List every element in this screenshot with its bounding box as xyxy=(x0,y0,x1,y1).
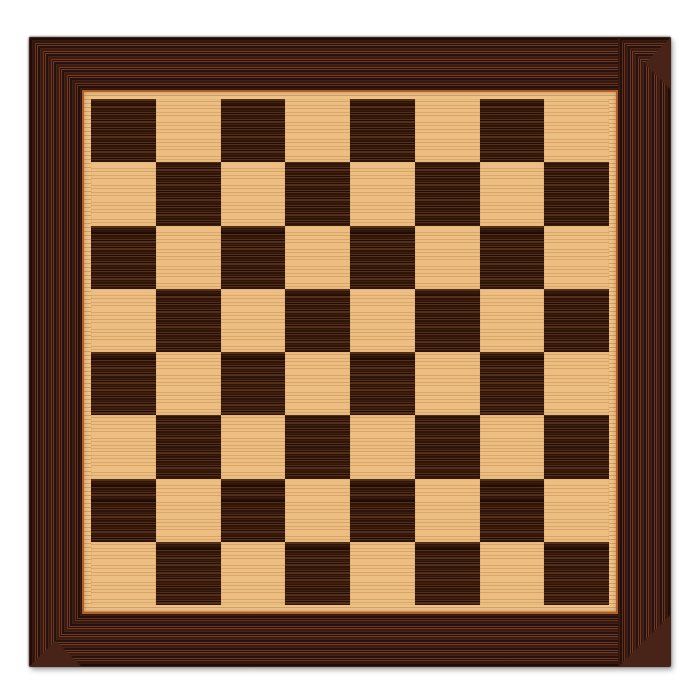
square-a5 xyxy=(91,289,156,352)
square-h7 xyxy=(544,162,609,225)
square-d5 xyxy=(285,289,350,352)
square-g1 xyxy=(480,542,545,605)
square-f1 xyxy=(415,542,480,605)
square-e7 xyxy=(350,162,415,225)
square-d3 xyxy=(285,415,350,478)
square-b3 xyxy=(156,415,221,478)
square-d4 xyxy=(285,352,350,415)
square-a2 xyxy=(91,479,156,542)
square-d6 xyxy=(285,226,350,289)
square-e4 xyxy=(350,352,415,415)
chess-board xyxy=(29,37,671,667)
square-e2 xyxy=(350,479,415,542)
square-c2 xyxy=(221,479,286,542)
board-grid xyxy=(91,99,609,605)
square-g8 xyxy=(480,99,545,162)
square-e1 xyxy=(350,542,415,605)
board-frame-right xyxy=(618,37,671,667)
maple-margin-panel xyxy=(82,90,618,614)
square-f4 xyxy=(415,352,480,415)
square-b2 xyxy=(156,479,221,542)
square-e5 xyxy=(350,289,415,352)
square-h6 xyxy=(544,226,609,289)
square-g6 xyxy=(480,226,545,289)
square-b4 xyxy=(156,352,221,415)
board-frame-top xyxy=(29,37,671,90)
square-e3 xyxy=(350,415,415,478)
square-b8 xyxy=(156,99,221,162)
square-f6 xyxy=(415,226,480,289)
square-h5 xyxy=(544,289,609,352)
square-e6 xyxy=(350,226,415,289)
square-g2 xyxy=(480,479,545,542)
square-c4 xyxy=(221,352,286,415)
square-g7 xyxy=(480,162,545,225)
square-c8 xyxy=(221,99,286,162)
square-e8 xyxy=(350,99,415,162)
square-h1 xyxy=(544,542,609,605)
square-g4 xyxy=(480,352,545,415)
square-g5 xyxy=(480,289,545,352)
square-d2 xyxy=(285,479,350,542)
square-a4 xyxy=(91,352,156,415)
square-b7 xyxy=(156,162,221,225)
board-frame-left xyxy=(29,37,82,667)
square-a6 xyxy=(91,226,156,289)
square-f3 xyxy=(415,415,480,478)
square-h2 xyxy=(544,479,609,542)
photo-background xyxy=(0,0,700,700)
square-g3 xyxy=(480,415,545,478)
square-h4 xyxy=(544,352,609,415)
square-a1 xyxy=(91,542,156,605)
square-f5 xyxy=(415,289,480,352)
square-d1 xyxy=(285,542,350,605)
square-b5 xyxy=(156,289,221,352)
square-c6 xyxy=(221,226,286,289)
square-a7 xyxy=(91,162,156,225)
board-frame-bottom xyxy=(29,614,671,667)
square-c1 xyxy=(221,542,286,605)
square-f2 xyxy=(415,479,480,542)
square-h3 xyxy=(544,415,609,478)
square-d7 xyxy=(285,162,350,225)
square-f7 xyxy=(415,162,480,225)
square-f8 xyxy=(415,99,480,162)
square-h8 xyxy=(544,99,609,162)
square-c3 xyxy=(221,415,286,478)
square-b1 xyxy=(156,542,221,605)
square-a3 xyxy=(91,415,156,478)
square-c7 xyxy=(221,162,286,225)
square-a8 xyxy=(91,99,156,162)
square-c5 xyxy=(221,289,286,352)
square-d8 xyxy=(285,99,350,162)
square-b6 xyxy=(156,226,221,289)
